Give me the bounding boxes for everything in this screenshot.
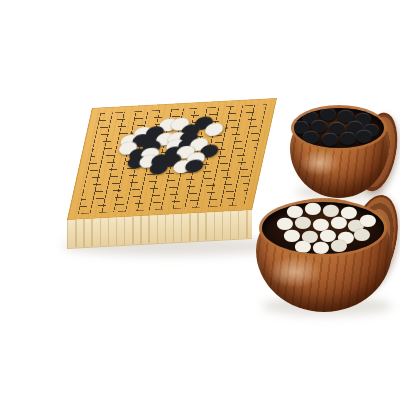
hoshi-point bbox=[117, 189, 120, 191]
white-bowl-stone: ● bbox=[329, 236, 350, 252]
white-bowl-opening: ●●●●●●●●●●●●●●●●●● bbox=[262, 202, 384, 254]
black-stone: ● bbox=[145, 158, 172, 176]
white-bowl-highlight bbox=[268, 256, 322, 288]
go-board: ●●●●●●●●●●●●●●●●●●●●●●●●●●●●●●● bbox=[67, 98, 277, 220]
black-bowl-stone: ● bbox=[354, 127, 375, 143]
black-bowl-opening: ●●●●●●●●●●●●● bbox=[294, 108, 384, 148]
black-bowl-highlight bbox=[300, 150, 340, 176]
white-bowl-stone: ● bbox=[352, 225, 373, 241]
black-stone: ● bbox=[181, 156, 208, 174]
hoshi-point bbox=[212, 184, 215, 186]
product-photo-go-set: { "scene": { "description": "Overhead pr… bbox=[0, 0, 400, 400]
